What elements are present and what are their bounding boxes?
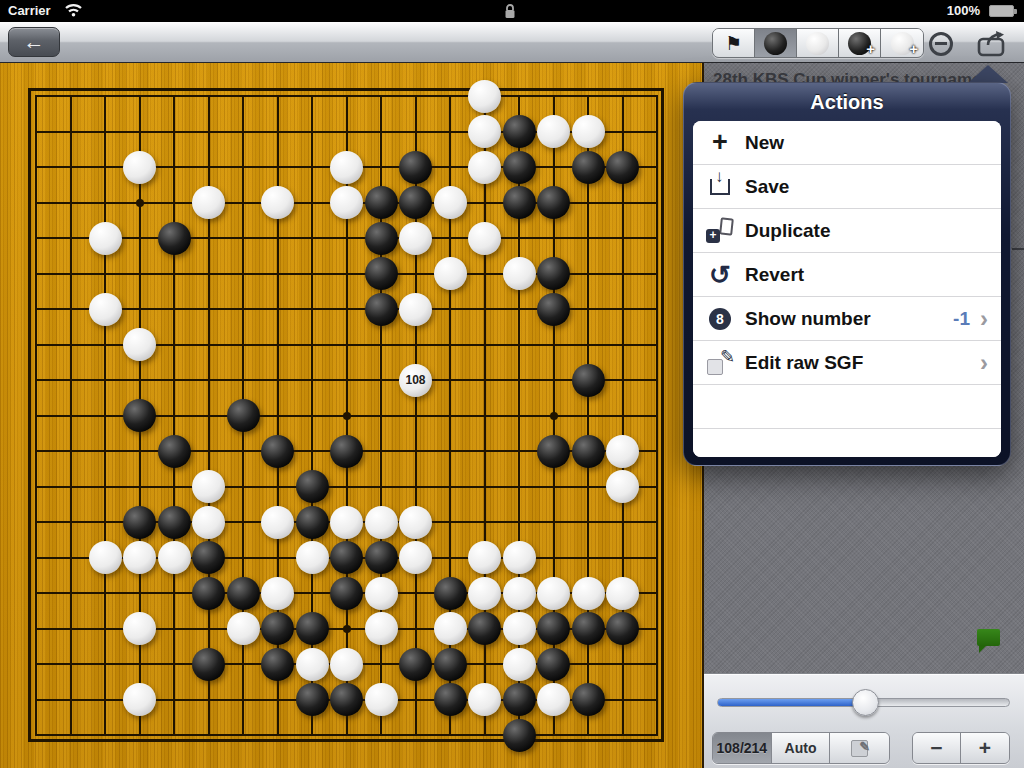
white-stone bbox=[365, 577, 398, 610]
menu-item-save[interactable]: Save bbox=[693, 165, 1001, 209]
white-stone bbox=[434, 186, 467, 219]
white-stone bbox=[503, 612, 536, 645]
black-stone bbox=[503, 151, 536, 184]
white-stone bbox=[468, 541, 501, 574]
move-counter-button[interactable]: 108/214 bbox=[713, 733, 772, 763]
share-actions-button[interactable] bbox=[975, 30, 1013, 58]
black-stone bbox=[123, 399, 156, 432]
white-stone bbox=[606, 577, 639, 610]
menu-item-duplicate[interactable]: +Duplicate bbox=[693, 209, 1001, 253]
move-number-stone: 108 bbox=[399, 364, 432, 397]
black-stone bbox=[192, 577, 225, 610]
black-stone bbox=[537, 612, 570, 645]
white-stone bbox=[261, 577, 294, 610]
popover-body: Actions +NewSave+Duplicate↺Revert8Show n… bbox=[683, 82, 1011, 466]
white-stone bbox=[192, 186, 225, 219]
black-stone bbox=[261, 612, 294, 645]
white-stone bbox=[227, 612, 260, 645]
white-stone bbox=[537, 115, 570, 148]
white-stone bbox=[468, 80, 501, 113]
black-stone bbox=[158, 506, 191, 539]
black-stone-icon bbox=[764, 32, 787, 55]
white-stone bbox=[503, 257, 536, 290]
white-stone bbox=[399, 293, 432, 326]
segment-play-black[interactable] bbox=[755, 29, 797, 57]
black-stone bbox=[158, 222, 191, 255]
menu-item-label: Show number bbox=[745, 308, 871, 330]
black-stone bbox=[296, 612, 329, 645]
menu-item-new[interactable]: +New bbox=[693, 121, 1001, 165]
menu-empty-row bbox=[693, 429, 1001, 457]
black-stone bbox=[503, 719, 536, 752]
black-stone bbox=[365, 293, 398, 326]
comment-marker-icon[interactable] bbox=[977, 629, 1000, 646]
white-stone bbox=[365, 612, 398, 645]
black-stone bbox=[330, 541, 363, 574]
top-toolbar: ← ⚑++ bbox=[0, 22, 1024, 63]
edit-icon: ✎ bbox=[706, 349, 734, 377]
white-stone bbox=[123, 612, 156, 645]
white-stone bbox=[123, 328, 156, 361]
segment-flag-marker[interactable]: ⚑ bbox=[713, 29, 755, 57]
chevron-right-icon: › bbox=[980, 351, 988, 375]
lock-icon bbox=[504, 3, 516, 22]
menu-item-label: Revert bbox=[745, 264, 804, 286]
menu-item-label: New bbox=[745, 132, 784, 154]
star-point bbox=[343, 412, 351, 420]
navigation-segmented-control: 108/214 Auto bbox=[712, 732, 890, 764]
white-stone bbox=[330, 151, 363, 184]
menu-item-label: Save bbox=[745, 176, 789, 198]
menu-item-value: -1 bbox=[953, 308, 970, 330]
menu-item-label: Duplicate bbox=[745, 220, 831, 242]
black-stone bbox=[330, 683, 363, 716]
segment-add-white[interactable]: + bbox=[881, 29, 923, 57]
white-stone bbox=[434, 612, 467, 645]
white-stone bbox=[158, 541, 191, 574]
zoom-in-button[interactable]: + bbox=[961, 733, 1009, 763]
segment-play-white[interactable] bbox=[797, 29, 839, 57]
black-stone bbox=[606, 612, 639, 645]
black-stone bbox=[296, 683, 329, 716]
black-stone bbox=[227, 577, 260, 610]
menu-item-label: Edit raw SGF bbox=[745, 352, 863, 374]
white-stone bbox=[468, 115, 501, 148]
black-stone bbox=[537, 186, 570, 219]
white-stone bbox=[572, 577, 605, 610]
black-stone bbox=[434, 683, 467, 716]
black-stone bbox=[537, 257, 570, 290]
white-stone bbox=[123, 541, 156, 574]
white-stone-icon bbox=[806, 32, 829, 55]
white-stone bbox=[468, 683, 501, 716]
black-stone bbox=[434, 648, 467, 681]
white-stone bbox=[503, 648, 536, 681]
white-stone bbox=[89, 293, 122, 326]
white-stone bbox=[399, 222, 432, 255]
black-stone bbox=[572, 151, 605, 184]
move-slider-fill bbox=[718, 699, 865, 706]
white-stone bbox=[434, 257, 467, 290]
black-stone bbox=[572, 435, 605, 468]
black-stone bbox=[572, 612, 605, 645]
note-icon bbox=[851, 740, 868, 757]
white-stone bbox=[365, 506, 398, 539]
white-stone bbox=[399, 506, 432, 539]
flag-icon: ⚑ bbox=[725, 34, 742, 53]
white-stone bbox=[399, 541, 432, 574]
segment-add-black[interactable]: + bbox=[839, 29, 881, 57]
black-stone bbox=[606, 151, 639, 184]
menu-item-edit-raw-sgf[interactable]: ✎Edit raw SGF› bbox=[693, 341, 1001, 385]
black-stone bbox=[192, 541, 225, 574]
white-stone bbox=[468, 151, 501, 184]
move-slider[interactable] bbox=[717, 698, 1010, 707]
black-stone bbox=[296, 506, 329, 539]
black-stone bbox=[537, 293, 570, 326]
black-stone bbox=[572, 683, 605, 716]
white-stone bbox=[572, 115, 605, 148]
move-number-label: 108 bbox=[399, 364, 432, 397]
white-stone bbox=[296, 648, 329, 681]
revert-icon: ↺ bbox=[706, 261, 734, 289]
white-stone bbox=[537, 577, 570, 610]
white-stone bbox=[365, 683, 398, 716]
zoom-segmented-control: − + bbox=[912, 732, 1010, 764]
black-stone bbox=[227, 399, 260, 432]
white-stone bbox=[606, 470, 639, 503]
save-icon bbox=[706, 173, 734, 201]
menu-item-revert[interactable]: ↺Revert bbox=[693, 253, 1001, 297]
white-stone bbox=[468, 222, 501, 255]
grid-line bbox=[35, 734, 658, 736]
black-stone bbox=[537, 648, 570, 681]
black-stone bbox=[158, 435, 191, 468]
white-stone bbox=[468, 577, 501, 610]
black-stone bbox=[572, 364, 605, 397]
black-stone bbox=[261, 648, 294, 681]
number-icon: 8 bbox=[706, 305, 734, 333]
black-stone bbox=[399, 151, 432, 184]
black-stone bbox=[192, 648, 225, 681]
white-stone bbox=[330, 648, 363, 681]
black-stone bbox=[503, 186, 536, 219]
white-stone bbox=[123, 683, 156, 716]
goban-wood-background: 108 bbox=[0, 63, 704, 768]
black-stone bbox=[434, 577, 467, 610]
remove-stone-button[interactable] bbox=[929, 32, 953, 56]
white-stone bbox=[296, 541, 329, 574]
popover-title: Actions bbox=[684, 91, 1010, 114]
actions-popover: Actions +NewSave+Duplicate↺Revert8Show n… bbox=[683, 64, 1011, 466]
black-stone bbox=[261, 435, 294, 468]
back-button[interactable]: ← bbox=[8, 27, 60, 57]
black-stone bbox=[468, 612, 501, 645]
stone-tool-segmented-control: ⚑++ bbox=[712, 28, 924, 58]
white-stone bbox=[261, 506, 294, 539]
white-stone bbox=[503, 577, 536, 610]
star-point bbox=[343, 625, 351, 633]
white-stone bbox=[192, 470, 225, 503]
black-stone bbox=[503, 683, 536, 716]
black-stone bbox=[365, 257, 398, 290]
white-stone bbox=[503, 541, 536, 574]
white-stone bbox=[606, 435, 639, 468]
move-slider-knob[interactable] bbox=[852, 689, 879, 716]
black-stone bbox=[330, 435, 363, 468]
black-stone bbox=[365, 186, 398, 219]
black-stone bbox=[123, 506, 156, 539]
white-stone bbox=[330, 506, 363, 539]
black-stone bbox=[365, 541, 398, 574]
white-stone bbox=[123, 151, 156, 184]
black-stone bbox=[365, 222, 398, 255]
white-stone bbox=[261, 186, 294, 219]
menu-empty-row bbox=[693, 385, 1001, 429]
duplicate-icon: + bbox=[706, 217, 734, 245]
black-stone bbox=[399, 186, 432, 219]
plus-icon: + bbox=[706, 129, 734, 157]
black-stone bbox=[296, 470, 329, 503]
white-stone bbox=[330, 186, 363, 219]
black-stone bbox=[537, 435, 570, 468]
black-stone bbox=[399, 648, 432, 681]
status-bar: Carrier 100% bbox=[0, 0, 1024, 22]
white-stone bbox=[537, 683, 570, 716]
star-point bbox=[550, 412, 558, 420]
battery-percent: 100% bbox=[947, 3, 980, 18]
battery-icon bbox=[989, 5, 1014, 17]
wifi-icon bbox=[64, 3, 83, 20]
popover-arrow bbox=[968, 65, 1008, 83]
auto-play-button[interactable]: Auto bbox=[772, 733, 831, 763]
star-point bbox=[136, 199, 144, 207]
grid-line bbox=[35, 486, 658, 488]
white-stone bbox=[192, 506, 225, 539]
black-stone bbox=[503, 115, 536, 148]
chevron-right-icon: › bbox=[980, 307, 988, 331]
carrier-label: Carrier bbox=[8, 3, 51, 18]
playback-controls: 108/214 Auto − + bbox=[704, 673, 1024, 768]
panel-divider-line bbox=[1012, 248, 1024, 250]
white-stone bbox=[89, 541, 122, 574]
white-stone bbox=[89, 222, 122, 255]
menu-item-show-number[interactable]: 8Show number-1› bbox=[693, 297, 1001, 341]
popover-menu: +NewSave+Duplicate↺Revert8Show number-1›… bbox=[693, 121, 1001, 457]
comment-note-button[interactable] bbox=[830, 733, 889, 763]
grid-line bbox=[656, 95, 658, 736]
app-screen: Carrier 100% ← ⚑++ bbox=[0, 0, 1024, 768]
black-stone bbox=[330, 577, 363, 610]
zoom-out-button[interactable]: − bbox=[913, 733, 961, 763]
